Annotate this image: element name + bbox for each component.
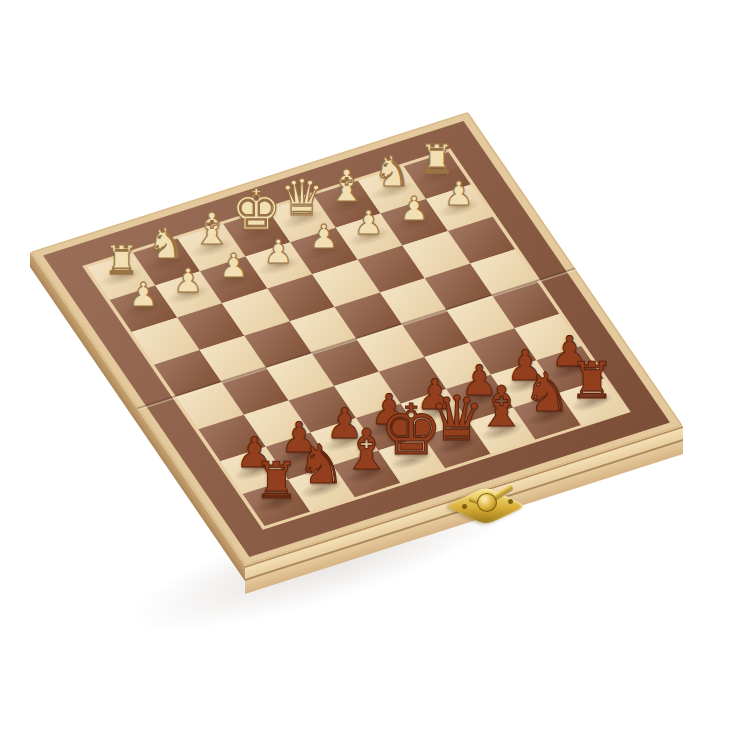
- brass-clasp: [450, 472, 534, 534]
- clasp-knob-icon: [477, 493, 497, 512]
- rook-icon: ♜: [103, 239, 139, 279]
- rook-icon: ♜: [419, 139, 455, 179]
- pawn-icon: ♟: [444, 177, 474, 210]
- pawn-icon: ♟: [309, 221, 339, 254]
- product-photo-stage: ♜♞♝♚♛♝♞♜♟♟♟♟♟♟♟♟♟♟♟♟♟♟♟♟♜♞♝♚♛♝♞♜: [0, 0, 729, 729]
- clasp-screw-icon: [462, 504, 467, 509]
- knight-icon: ♞: [297, 439, 345, 493]
- knight-icon: ♞: [373, 151, 411, 193]
- knight-icon: ♞: [523, 366, 571, 420]
- bishop-icon: ♝: [477, 379, 527, 435]
- bishop-icon: ♝: [192, 207, 231, 251]
- queen-icon: ♛: [279, 173, 324, 223]
- rook-icon: ♜: [254, 457, 299, 507]
- pawn-icon: ♟: [354, 206, 384, 239]
- knight-icon: ♞: [147, 223, 185, 265]
- pawn-icon: ♟: [399, 192, 429, 225]
- king-icon: ♚: [231, 181, 281, 237]
- bishop-icon: ♝: [327, 164, 366, 208]
- clasp-screw-icon: [508, 499, 513, 504]
- pawn-icon: ♟: [264, 235, 294, 268]
- pawn-icon: ♟: [174, 264, 204, 297]
- pawn-icon: ♟: [219, 249, 249, 282]
- rook-icon: ♜: [569, 356, 614, 406]
- pawn-icon: ♟: [128, 278, 158, 311]
